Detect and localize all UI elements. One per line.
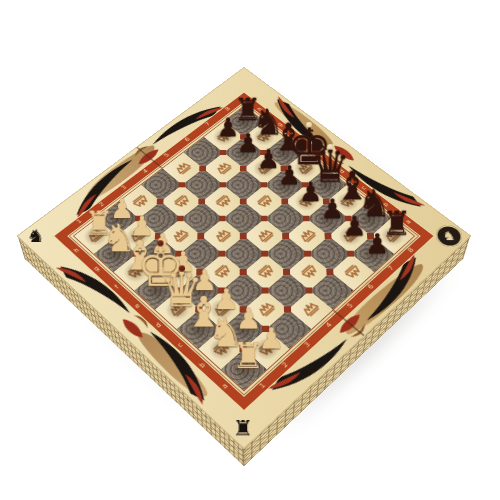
coordinate-label: g <box>92 265 100 272</box>
coordinate-label: 3 <box>120 185 128 191</box>
crown-motif <box>254 263 276 282</box>
piece-black-pawn[interactable]: ♟ <box>257 146 280 172</box>
coordinate-label: 4 <box>142 168 150 174</box>
finial-ball-icon <box>328 144 334 150</box>
coordinate-label: 6 <box>184 137 192 143</box>
piece-black-pawn[interactable]: ♟ <box>278 162 302 188</box>
chess-board: 12345678 12345678 hgfedcba hgfedcba ♞ ♜ … <box>18 68 471 448</box>
crown-motif <box>298 263 320 282</box>
coordinate-label: e <box>133 302 141 309</box>
rook-inlay-icon: ♜ <box>233 418 254 440</box>
knight-inlay-icon: ♞ <box>25 228 46 245</box>
crown-motif <box>254 193 275 210</box>
coordinate-label: 5 <box>163 152 171 158</box>
crown-motif <box>254 227 276 245</box>
crown-motif <box>341 263 363 282</box>
piece-black-pawn[interactable]: ♟ <box>299 178 323 204</box>
piece-white-rook[interactable]: ♜ <box>233 338 265 374</box>
coordinate-label: 8 <box>224 106 231 112</box>
finial-ball-icon <box>179 265 185 271</box>
finial-ball-icon <box>157 240 163 246</box>
coordinate-label: a <box>221 382 230 390</box>
piece-black-pawn[interactable]: ♟ <box>320 195 344 222</box>
crown-motif <box>297 227 319 245</box>
knight-disc-inlay-icon: ♞ <box>435 225 464 247</box>
coordinate-label: c <box>176 342 184 349</box>
finial-ball-icon <box>306 122 312 128</box>
board-top-face: 12345678 12345678 hgfedcba hgfedcba ♞ ♜ … <box>18 68 471 448</box>
crown-motif <box>299 300 322 320</box>
coordinate-label: 1 <box>258 382 267 390</box>
coordinate-label: b <box>198 361 207 369</box>
coordinate-label: d <box>154 322 162 329</box>
crown-motif <box>213 160 234 177</box>
crown-motif <box>212 227 234 245</box>
coordinate-label: 7 <box>204 121 212 127</box>
piece-black-pawn[interactable]: ♟ <box>365 230 390 257</box>
chess-set-photo: 12345678 12345678 hgfedcba hgfedcba ♞ ♜ … <box>0 0 500 500</box>
coordinate-label: f <box>113 284 120 290</box>
piece-black-pawn[interactable]: ♟ <box>342 212 366 239</box>
